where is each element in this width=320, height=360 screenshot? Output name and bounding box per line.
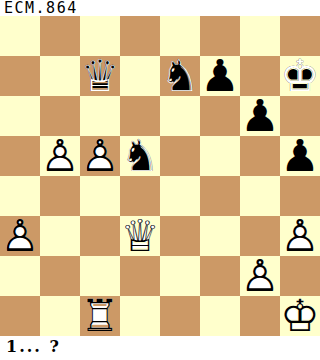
white-king: ♚♔ — [280, 296, 320, 336]
square-f4[interactable] — [200, 176, 240, 216]
square-h5[interactable]: ♟ — [280, 136, 320, 176]
square-b8[interactable] — [40, 16, 80, 56]
black-knight: ♞♘ — [160, 56, 200, 96]
square-c4[interactable] — [80, 176, 120, 216]
square-c5[interactable]: ♟♙ — [80, 136, 120, 176]
square-g4[interactable] — [240, 176, 280, 216]
black-king: ♚♔ — [280, 56, 320, 96]
square-e6[interactable] — [160, 96, 200, 136]
white-pawn: ♟♙ — [240, 256, 280, 296]
square-g8[interactable] — [240, 16, 280, 56]
white-queen: ♛♕ — [120, 216, 160, 256]
square-e3[interactable] — [160, 216, 200, 256]
square-e5[interactable] — [160, 136, 200, 176]
square-d8[interactable] — [120, 16, 160, 56]
white-pawn: ♟♙ — [40, 136, 80, 176]
square-a4[interactable] — [0, 176, 40, 216]
square-h1[interactable]: ♚♔ — [280, 296, 320, 336]
square-f7[interactable]: ♟ — [200, 56, 240, 96]
square-a7[interactable] — [0, 56, 40, 96]
square-h3[interactable]: ♟♙ — [280, 216, 320, 256]
square-a8[interactable] — [0, 16, 40, 56]
square-g7[interactable] — [240, 56, 280, 96]
chess-board: ♛♕♞♘♟♚♔♟♟♙♟♙♞♘♟♟♙♛♕♟♙♟♙♜♖♚♔ — [0, 16, 320, 336]
square-e7[interactable]: ♞♘ — [160, 56, 200, 96]
white-pawn: ♟♙ — [80, 136, 120, 176]
square-c1[interactable]: ♜♖ — [80, 296, 120, 336]
square-e8[interactable] — [160, 16, 200, 56]
square-f8[interactable] — [200, 16, 240, 56]
square-c6[interactable] — [80, 96, 120, 136]
square-h7[interactable]: ♚♔ — [280, 56, 320, 96]
square-b1[interactable] — [40, 296, 80, 336]
square-d5[interactable]: ♞♘ — [120, 136, 160, 176]
square-c8[interactable] — [80, 16, 120, 56]
black-queen: ♛♕ — [80, 56, 120, 96]
white-rook: ♜♖ — [80, 296, 120, 336]
square-a2[interactable] — [0, 256, 40, 296]
square-g5[interactable] — [240, 136, 280, 176]
square-g1[interactable] — [240, 296, 280, 336]
square-f6[interactable] — [200, 96, 240, 136]
black-pawn: ♟ — [200, 56, 240, 96]
square-c2[interactable] — [80, 256, 120, 296]
square-h4[interactable] — [280, 176, 320, 216]
square-f2[interactable] — [200, 256, 240, 296]
square-b5[interactable]: ♟♙ — [40, 136, 80, 176]
black-knight: ♞♘ — [120, 136, 160, 176]
square-b3[interactable] — [40, 216, 80, 256]
chess-diagram-page: ECM.864 ♛♕♞♘♟♚♔♟♟♙♟♙♞♘♟♟♙♛♕♟♙♟♙♜♖♚♔ 1...… — [0, 0, 320, 360]
square-g2[interactable]: ♟♙ — [240, 256, 280, 296]
square-a5[interactable] — [0, 136, 40, 176]
square-e1[interactable] — [160, 296, 200, 336]
black-pawn: ♟ — [280, 136, 320, 176]
move-prompt: 1... ? — [6, 338, 61, 356]
square-d7[interactable] — [120, 56, 160, 96]
square-a1[interactable] — [0, 296, 40, 336]
square-d2[interactable] — [120, 256, 160, 296]
square-f5[interactable] — [200, 136, 240, 176]
square-d3[interactable]: ♛♕ — [120, 216, 160, 256]
square-e2[interactable] — [160, 256, 200, 296]
black-pawn: ♟ — [240, 96, 280, 136]
square-d4[interactable] — [120, 176, 160, 216]
square-c3[interactable] — [80, 216, 120, 256]
square-e4[interactable] — [160, 176, 200, 216]
puzzle-title: ECM.864 — [4, 1, 78, 16]
white-pawn: ♟♙ — [0, 216, 40, 256]
white-pawn: ♟♙ — [280, 216, 320, 256]
square-f1[interactable] — [200, 296, 240, 336]
square-b4[interactable] — [40, 176, 80, 216]
square-h2[interactable] — [280, 256, 320, 296]
square-f3[interactable] — [200, 216, 240, 256]
square-h6[interactable] — [280, 96, 320, 136]
square-a6[interactable] — [0, 96, 40, 136]
square-d6[interactable] — [120, 96, 160, 136]
square-g3[interactable] — [240, 216, 280, 256]
square-b2[interactable] — [40, 256, 80, 296]
square-h8[interactable] — [280, 16, 320, 56]
square-b6[interactable] — [40, 96, 80, 136]
square-a3[interactable]: ♟♙ — [0, 216, 40, 256]
square-b7[interactable] — [40, 56, 80, 96]
square-g6[interactable]: ♟ — [240, 96, 280, 136]
square-c7[interactable]: ♛♕ — [80, 56, 120, 96]
square-d1[interactable] — [120, 296, 160, 336]
